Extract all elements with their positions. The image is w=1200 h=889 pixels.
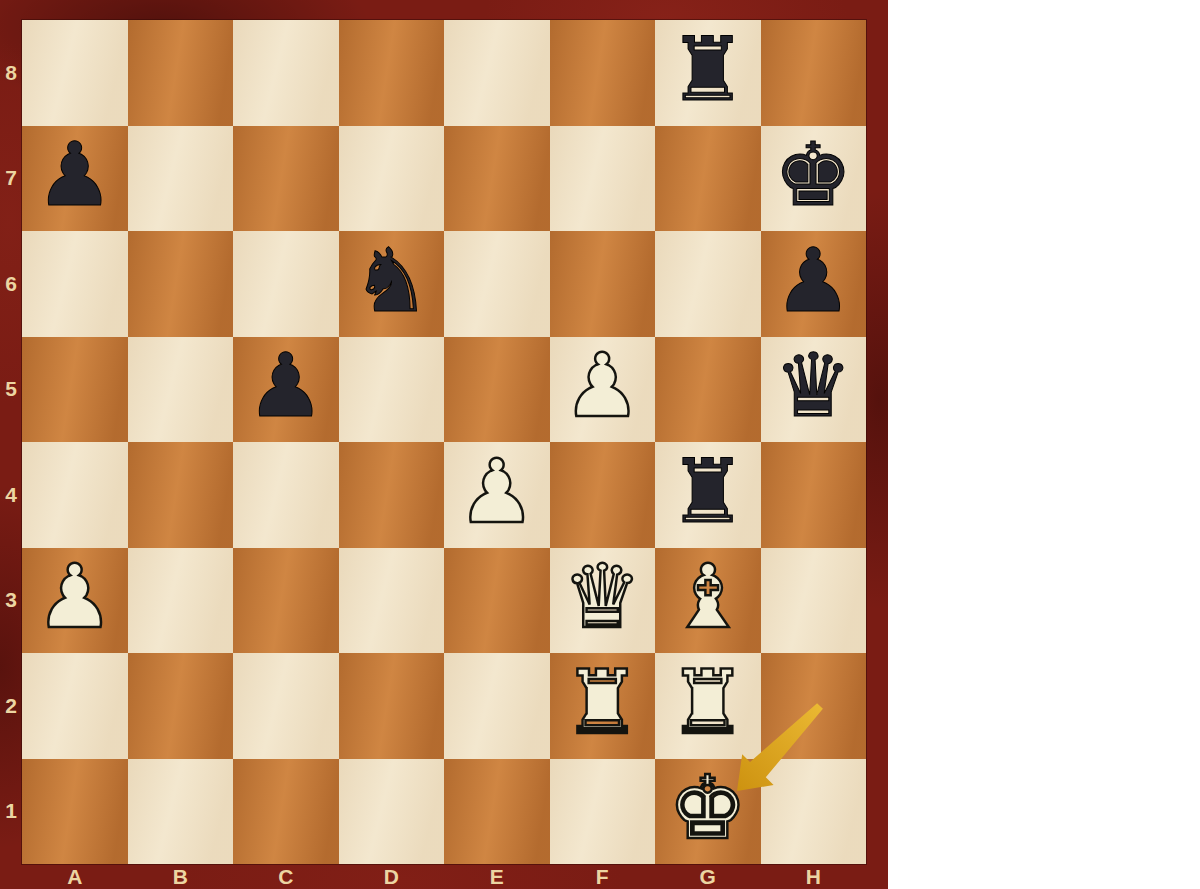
square-e7[interactable] <box>444 126 550 232</box>
square-d2[interactable] <box>339 653 445 759</box>
chess-board: 87654321 ABCDEFGH ♜♟♚♞♟♟♟♛♟♜♟♛♝♜♜♚ <box>0 0 888 889</box>
square-c1[interactable] <box>233 759 339 865</box>
square-b3[interactable] <box>128 548 234 654</box>
square-g8[interactable]: ♜ <box>655 20 761 126</box>
square-g6[interactable] <box>655 231 761 337</box>
square-e3[interactable] <box>444 548 550 654</box>
square-h5[interactable]: ♛ <box>761 337 867 443</box>
square-f8[interactable] <box>550 20 656 126</box>
square-d3[interactable] <box>339 548 445 654</box>
piece-white-pawn[interactable]: ♟ <box>35 553 114 641</box>
file-label-b: B <box>128 864 234 889</box>
square-c3[interactable] <box>233 548 339 654</box>
square-a3[interactable]: ♟ <box>22 548 128 654</box>
piece-black-king[interactable]: ♚ <box>774 131 853 219</box>
square-f3[interactable]: ♛ <box>550 548 656 654</box>
square-h1[interactable] <box>761 759 867 865</box>
square-c4[interactable] <box>233 442 339 548</box>
rank-label-2: 2 <box>0 653 22 759</box>
rank-label-6: 6 <box>0 231 22 337</box>
piece-white-bishop[interactable]: ♝ <box>668 553 747 641</box>
square-h3[interactable] <box>761 548 867 654</box>
file-label-f: F <box>550 864 656 889</box>
board-squares: ♜♟♚♞♟♟♟♛♟♜♟♛♝♜♜♚ <box>22 20 866 864</box>
square-e4[interactable]: ♟ <box>444 442 550 548</box>
square-d5[interactable] <box>339 337 445 443</box>
piece-white-queen[interactable]: ♛ <box>563 553 642 641</box>
rank-label-4: 4 <box>0 442 22 548</box>
square-a8[interactable] <box>22 20 128 126</box>
square-a2[interactable] <box>22 653 128 759</box>
square-c6[interactable] <box>233 231 339 337</box>
square-e1[interactable] <box>444 759 550 865</box>
file-label-d: D <box>339 864 445 889</box>
square-b6[interactable] <box>128 231 234 337</box>
square-a6[interactable] <box>22 231 128 337</box>
square-h4[interactable] <box>761 442 867 548</box>
square-f2[interactable]: ♜ <box>550 653 656 759</box>
file-label-a: A <box>22 864 128 889</box>
square-c2[interactable] <box>233 653 339 759</box>
rank-label-8: 8 <box>0 20 22 126</box>
square-d8[interactable] <box>339 20 445 126</box>
piece-black-pawn[interactable]: ♟ <box>246 342 325 430</box>
piece-white-rook[interactable]: ♜ <box>563 659 642 747</box>
piece-white-king[interactable]: ♚ <box>668 764 747 852</box>
file-labels: ABCDEFGH <box>22 864 866 889</box>
square-b5[interactable] <box>128 337 234 443</box>
square-g1[interactable]: ♚ <box>655 759 761 865</box>
piece-white-pawn[interactable]: ♟ <box>457 448 536 536</box>
square-h2[interactable] <box>761 653 867 759</box>
square-e8[interactable] <box>444 20 550 126</box>
rank-label-3: 3 <box>0 548 22 654</box>
square-b1[interactable] <box>128 759 234 865</box>
square-g5[interactable] <box>655 337 761 443</box>
square-c8[interactable] <box>233 20 339 126</box>
square-b4[interactable] <box>128 442 234 548</box>
square-a1[interactable] <box>22 759 128 865</box>
square-b2[interactable] <box>128 653 234 759</box>
piece-white-rook[interactable]: ♜ <box>668 659 747 747</box>
piece-black-pawn[interactable]: ♟ <box>35 131 114 219</box>
rank-label-7: 7 <box>0 126 22 232</box>
square-f5[interactable]: ♟ <box>550 337 656 443</box>
square-h8[interactable] <box>761 20 867 126</box>
square-g3[interactable]: ♝ <box>655 548 761 654</box>
piece-white-pawn[interactable]: ♟ <box>563 342 642 430</box>
file-label-c: C <box>233 864 339 889</box>
square-g2[interactable]: ♜ <box>655 653 761 759</box>
square-h6[interactable]: ♟ <box>761 231 867 337</box>
piece-black-knight[interactable]: ♞ <box>352 237 431 325</box>
square-a4[interactable] <box>22 442 128 548</box>
square-d6[interactable]: ♞ <box>339 231 445 337</box>
square-f4[interactable] <box>550 442 656 548</box>
square-d1[interactable] <box>339 759 445 865</box>
piece-black-pawn[interactable]: ♟ <box>774 237 853 325</box>
square-f6[interactable] <box>550 231 656 337</box>
square-h7[interactable]: ♚ <box>761 126 867 232</box>
square-a7[interactable]: ♟ <box>22 126 128 232</box>
square-c7[interactable] <box>233 126 339 232</box>
square-e5[interactable] <box>444 337 550 443</box>
piece-black-queen[interactable]: ♛ <box>774 342 853 430</box>
file-label-g: G <box>655 864 761 889</box>
square-g7[interactable] <box>655 126 761 232</box>
rank-labels: 87654321 <box>0 20 22 864</box>
square-b7[interactable] <box>128 126 234 232</box>
square-g4[interactable]: ♜ <box>655 442 761 548</box>
square-e2[interactable] <box>444 653 550 759</box>
square-f1[interactable] <box>550 759 656 865</box>
file-label-h: H <box>761 864 867 889</box>
file-label-e: E <box>444 864 550 889</box>
rank-label-5: 5 <box>0 337 22 443</box>
square-e6[interactable] <box>444 231 550 337</box>
square-d4[interactable] <box>339 442 445 548</box>
square-b8[interactable] <box>128 20 234 126</box>
piece-black-rook[interactable]: ♜ <box>668 448 747 536</box>
rank-label-1: 1 <box>0 759 22 865</box>
square-a5[interactable] <box>22 337 128 443</box>
square-c5[interactable]: ♟ <box>233 337 339 443</box>
square-d7[interactable] <box>339 126 445 232</box>
piece-black-rook[interactable]: ♜ <box>668 26 747 114</box>
square-f7[interactable] <box>550 126 656 232</box>
